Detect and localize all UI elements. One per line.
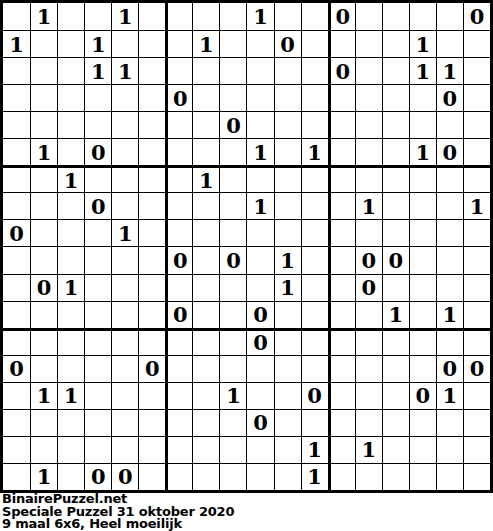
cell-r8c16[interactable] bbox=[436, 219, 463, 246]
cell-r7c0[interactable] bbox=[3, 192, 30, 219]
cell-r11c2[interactable] bbox=[57, 301, 84, 328]
cell-r6c15[interactable] bbox=[409, 165, 436, 192]
cell-r0c15[interactable] bbox=[409, 3, 436, 30]
cell-r0c3[interactable] bbox=[84, 3, 111, 30]
cell-r7c8[interactable] bbox=[219, 192, 246, 219]
cell-r4c9[interactable] bbox=[246, 111, 273, 138]
cell-r17c4: 0 bbox=[111, 463, 138, 490]
cell-r4c14[interactable] bbox=[382, 111, 409, 138]
cell-r14c1: 1 bbox=[30, 382, 57, 409]
cell-r12c0[interactable] bbox=[3, 328, 30, 355]
cell-r1c4[interactable] bbox=[111, 30, 138, 57]
cell-r8c13[interactable] bbox=[355, 219, 382, 246]
cell-r15c0[interactable] bbox=[3, 409, 30, 436]
cell-r0c0[interactable] bbox=[3, 3, 30, 30]
cell-r6c17[interactable] bbox=[463, 165, 490, 192]
cell-r8c6[interactable] bbox=[165, 219, 192, 246]
cell-r16c5[interactable] bbox=[138, 436, 165, 463]
cell-r9c16[interactable] bbox=[436, 246, 463, 273]
cell-r5c7[interactable] bbox=[192, 138, 219, 165]
cell-r13c17: 0 bbox=[463, 355, 490, 382]
cell-r0c6[interactable] bbox=[165, 3, 192, 30]
cell-r8c3[interactable] bbox=[84, 219, 111, 246]
cell-r11c7[interactable] bbox=[192, 301, 219, 328]
cell-r6c13[interactable] bbox=[355, 165, 382, 192]
cell-r14c12[interactable] bbox=[328, 382, 355, 409]
cell-r4c8: 0 bbox=[219, 111, 246, 138]
cell-r5c6[interactable] bbox=[165, 138, 192, 165]
cell-r1c1[interactable] bbox=[30, 30, 57, 57]
cell-r11c13[interactable] bbox=[355, 301, 382, 328]
cell-r10c1: 0 bbox=[30, 274, 57, 301]
cell-r3c5[interactable] bbox=[138, 84, 165, 111]
cell-r5c15: 1 bbox=[409, 138, 436, 165]
cell-r10c3[interactable] bbox=[84, 274, 111, 301]
cell-r12c14[interactable] bbox=[382, 328, 409, 355]
cell-r3c7[interactable] bbox=[192, 84, 219, 111]
cell-r13c1[interactable] bbox=[30, 355, 57, 382]
cell-r16c11: 1 bbox=[301, 436, 328, 463]
cell-r16c0[interactable] bbox=[3, 436, 30, 463]
cell-r9c4[interactable] bbox=[111, 246, 138, 273]
cell-r16c1[interactable] bbox=[30, 436, 57, 463]
cell-r1c16[interactable] bbox=[436, 30, 463, 57]
cell-r10c12[interactable] bbox=[328, 274, 355, 301]
cell-r14c15: 0 bbox=[409, 382, 436, 409]
cell-r0c2[interactable] bbox=[57, 3, 84, 30]
cell-r13c13[interactable] bbox=[355, 355, 382, 382]
cell-r12c7[interactable] bbox=[192, 328, 219, 355]
cell-r15c6[interactable] bbox=[165, 409, 192, 436]
cell-r8c14[interactable] bbox=[382, 219, 409, 246]
cell-r12c10[interactable] bbox=[274, 328, 301, 355]
cell-r10c15[interactable] bbox=[409, 274, 436, 301]
cell-r10c10: 1 bbox=[274, 274, 301, 301]
cell-r16c4[interactable] bbox=[111, 436, 138, 463]
cell-r13c12[interactable] bbox=[328, 355, 355, 382]
cell-r0c17: 0 bbox=[463, 3, 490, 30]
cell-r1c17[interactable] bbox=[463, 30, 490, 57]
cell-r12c4[interactable] bbox=[111, 328, 138, 355]
cell-r2c17[interactable] bbox=[463, 57, 490, 84]
cell-r1c2[interactable] bbox=[57, 30, 84, 57]
cell-r5c1: 1 bbox=[30, 138, 57, 165]
cell-r10c5[interactable] bbox=[138, 274, 165, 301]
cell-r9c0[interactable] bbox=[3, 246, 30, 273]
cell-r10c14[interactable] bbox=[382, 274, 409, 301]
cell-r2c10[interactable] bbox=[274, 57, 301, 84]
cell-r17c14[interactable] bbox=[382, 463, 409, 490]
cell-r10c6[interactable] bbox=[165, 274, 192, 301]
cell-r1c10: 0 bbox=[274, 30, 301, 57]
cell-r12c1[interactable] bbox=[30, 328, 57, 355]
cell-r2c13[interactable] bbox=[355, 57, 382, 84]
cell-r6c4[interactable] bbox=[111, 165, 138, 192]
cell-r13c4[interactable] bbox=[111, 355, 138, 382]
cell-r16c2[interactable] bbox=[57, 436, 84, 463]
cell-r4c13[interactable] bbox=[355, 111, 382, 138]
cell-r8c11[interactable] bbox=[301, 219, 328, 246]
cell-r6c7: 1 bbox=[192, 165, 219, 192]
cell-r7c15[interactable] bbox=[409, 192, 436, 219]
cell-r0c5[interactable] bbox=[138, 3, 165, 30]
cell-r6c2: 1 bbox=[57, 165, 84, 192]
cell-r9c15[interactable] bbox=[409, 246, 436, 273]
cell-r15c8[interactable] bbox=[219, 409, 246, 436]
cell-r2c16: 1 bbox=[436, 57, 463, 84]
cell-r9c10: 1 bbox=[274, 246, 301, 273]
cell-r7c16[interactable] bbox=[436, 192, 463, 219]
cell-r4c6[interactable] bbox=[165, 111, 192, 138]
cell-r3c8[interactable] bbox=[219, 84, 246, 111]
cell-r4c7[interactable] bbox=[192, 111, 219, 138]
cell-r3c11[interactable] bbox=[301, 84, 328, 111]
cell-r13c14[interactable] bbox=[382, 355, 409, 382]
cell-r13c7[interactable] bbox=[192, 355, 219, 382]
cell-r17c9[interactable] bbox=[246, 463, 273, 490]
cell-r1c9[interactable] bbox=[246, 30, 273, 57]
cell-r8c4: 1 bbox=[111, 219, 138, 246]
cell-r3c15[interactable] bbox=[409, 84, 436, 111]
cell-r5c5[interactable] bbox=[138, 138, 165, 165]
cell-r14c13[interactable] bbox=[355, 382, 382, 409]
cell-r2c11[interactable] bbox=[301, 57, 328, 84]
cell-r5c4[interactable] bbox=[111, 138, 138, 165]
cell-r2c6[interactable] bbox=[165, 57, 192, 84]
cell-r6c6[interactable] bbox=[165, 165, 192, 192]
cell-r8c2[interactable] bbox=[57, 219, 84, 246]
cell-r15c7[interactable] bbox=[192, 409, 219, 436]
cell-r12c17[interactable] bbox=[463, 328, 490, 355]
cell-r16c9[interactable] bbox=[246, 436, 273, 463]
cell-r2c9[interactable] bbox=[246, 57, 273, 84]
cell-r0c13[interactable] bbox=[355, 3, 382, 30]
cell-r9c12[interactable] bbox=[328, 246, 355, 273]
cell-r12c5[interactable] bbox=[138, 328, 165, 355]
cell-r15c11[interactable] bbox=[301, 409, 328, 436]
cell-r6c1[interactable] bbox=[30, 165, 57, 192]
cell-r3c10[interactable] bbox=[274, 84, 301, 111]
cell-r11c8[interactable] bbox=[219, 301, 246, 328]
cell-r6c9[interactable] bbox=[246, 165, 273, 192]
cell-r6c14[interactable] bbox=[382, 165, 409, 192]
binary-puzzle-board: 1110011101110110001011101101110100100011… bbox=[0, 0, 493, 493]
cell-r10c7[interactable] bbox=[192, 274, 219, 301]
cell-r10c17[interactable] bbox=[463, 274, 490, 301]
cell-r0c4: 1 bbox=[111, 3, 138, 30]
cell-r2c8[interactable] bbox=[219, 57, 246, 84]
cell-r4c15[interactable] bbox=[409, 111, 436, 138]
cell-r10c8[interactable] bbox=[219, 274, 246, 301]
cell-r12c15[interactable] bbox=[409, 328, 436, 355]
cell-r14c4[interactable] bbox=[111, 382, 138, 409]
cell-r3c9[interactable] bbox=[246, 84, 273, 111]
cell-r16c13: 1 bbox=[355, 436, 382, 463]
cell-r17c17[interactable] bbox=[463, 463, 490, 490]
cell-r10c4[interactable] bbox=[111, 274, 138, 301]
cell-r11c0[interactable] bbox=[3, 301, 30, 328]
cell-r10c11[interactable] bbox=[301, 274, 328, 301]
cell-r8c10[interactable] bbox=[274, 219, 301, 246]
cell-r6c12[interactable] bbox=[328, 165, 355, 192]
cell-r8c8[interactable] bbox=[219, 219, 246, 246]
cell-r15c9: 0 bbox=[246, 409, 273, 436]
cell-r11c17[interactable] bbox=[463, 301, 490, 328]
cell-r17c10[interactable] bbox=[274, 463, 301, 490]
cell-r8c15[interactable] bbox=[409, 219, 436, 246]
cell-r9c17[interactable] bbox=[463, 246, 490, 273]
cell-r1c8[interactable] bbox=[219, 30, 246, 57]
cell-r4c16[interactable] bbox=[436, 111, 463, 138]
caption: BinairePuzzel.net Speciale Puzzel 31 okt… bbox=[2, 493, 491, 531]
cell-r15c15[interactable] bbox=[409, 409, 436, 436]
cell-r4c10[interactable] bbox=[274, 111, 301, 138]
cell-r16c16[interactable] bbox=[436, 436, 463, 463]
cell-r16c17[interactable] bbox=[463, 436, 490, 463]
cell-r17c7[interactable] bbox=[192, 463, 219, 490]
cell-r7c3: 0 bbox=[84, 192, 111, 219]
cell-r5c14[interactable] bbox=[382, 138, 409, 165]
cell-r5c10[interactable] bbox=[274, 138, 301, 165]
cell-r7c2[interactable] bbox=[57, 192, 84, 219]
cell-r9c3[interactable] bbox=[84, 246, 111, 273]
cell-r0c1: 1 bbox=[30, 3, 57, 30]
cell-r14c5[interactable] bbox=[138, 382, 165, 409]
cell-r11c14: 1 bbox=[382, 301, 409, 328]
cell-r2c7[interactable] bbox=[192, 57, 219, 84]
cell-r11c12[interactable] bbox=[328, 301, 355, 328]
cell-r14c0[interactable] bbox=[3, 382, 30, 409]
cell-r9c11[interactable] bbox=[301, 246, 328, 273]
cell-r11c5[interactable] bbox=[138, 301, 165, 328]
cell-r5c9: 1 bbox=[246, 138, 273, 165]
cell-r16c6[interactable] bbox=[165, 436, 192, 463]
cell-r0c11[interactable] bbox=[301, 3, 328, 30]
cell-r3c4[interactable] bbox=[111, 84, 138, 111]
cell-r12c8[interactable] bbox=[219, 328, 246, 355]
cell-r17c5[interactable] bbox=[138, 463, 165, 490]
cell-r12c2[interactable] bbox=[57, 328, 84, 355]
cell-r14c7[interactable] bbox=[192, 382, 219, 409]
cell-r9c5[interactable] bbox=[138, 246, 165, 273]
cell-r14c3[interactable] bbox=[84, 382, 111, 409]
cell-r3c17[interactable] bbox=[463, 84, 490, 111]
cell-r17c3: 0 bbox=[84, 463, 111, 490]
cell-r7c10[interactable] bbox=[274, 192, 301, 219]
cell-r16c8[interactable] bbox=[219, 436, 246, 463]
cell-r6c5[interactable] bbox=[138, 165, 165, 192]
cell-r9c2[interactable] bbox=[57, 246, 84, 273]
cell-r1c5[interactable] bbox=[138, 30, 165, 57]
cell-r13c11[interactable] bbox=[301, 355, 328, 382]
cell-r11c16: 1 bbox=[436, 301, 463, 328]
cell-r9c9[interactable] bbox=[246, 246, 273, 273]
cell-r2c2[interactable] bbox=[57, 57, 84, 84]
cell-r3c12[interactable] bbox=[328, 84, 355, 111]
cell-r16c14[interactable] bbox=[382, 436, 409, 463]
cell-r9c1[interactable] bbox=[30, 246, 57, 273]
cell-r5c8[interactable] bbox=[219, 138, 246, 165]
cell-r17c13[interactable] bbox=[355, 463, 382, 490]
cell-r7c1[interactable] bbox=[30, 192, 57, 219]
cell-r5c2[interactable] bbox=[57, 138, 84, 165]
cell-r10c16[interactable] bbox=[436, 274, 463, 301]
cell-r1c11[interactable] bbox=[301, 30, 328, 57]
cell-r7c12[interactable] bbox=[328, 192, 355, 219]
cell-r12c6[interactable] bbox=[165, 328, 192, 355]
cell-r13c0: 0 bbox=[3, 355, 30, 382]
cell-r17c6[interactable] bbox=[165, 463, 192, 490]
cell-r2c14[interactable] bbox=[382, 57, 409, 84]
cell-r7c6[interactable] bbox=[165, 192, 192, 219]
cell-r15c10[interactable] bbox=[274, 409, 301, 436]
puzzle-size-difficulty: 9 maal 6x6, Heel moeilijk bbox=[2, 518, 491, 531]
cell-r0c16[interactable] bbox=[436, 3, 463, 30]
cell-r6c8[interactable] bbox=[219, 165, 246, 192]
cell-r17c12[interactable] bbox=[328, 463, 355, 490]
cell-r10c0[interactable] bbox=[3, 274, 30, 301]
cell-r2c1[interactable] bbox=[30, 57, 57, 84]
cell-r0c7[interactable] bbox=[192, 3, 219, 30]
cell-r3c1[interactable] bbox=[30, 84, 57, 111]
cell-r5c0[interactable] bbox=[3, 138, 30, 165]
cell-r7c4[interactable] bbox=[111, 192, 138, 219]
cell-r15c12[interactable] bbox=[328, 409, 355, 436]
cell-r3c0[interactable] bbox=[3, 84, 30, 111]
cell-r14c10[interactable] bbox=[274, 382, 301, 409]
cell-r3c13[interactable] bbox=[355, 84, 382, 111]
cell-r3c14[interactable] bbox=[382, 84, 409, 111]
cell-r0c9: 1 bbox=[246, 3, 273, 30]
cell-r14c9[interactable] bbox=[246, 382, 273, 409]
cell-r12c3[interactable] bbox=[84, 328, 111, 355]
cell-r17c0[interactable] bbox=[3, 463, 30, 490]
cell-r13c10[interactable] bbox=[274, 355, 301, 382]
cell-r11c15[interactable] bbox=[409, 301, 436, 328]
cell-r17c15[interactable] bbox=[409, 463, 436, 490]
cell-r12c13[interactable] bbox=[355, 328, 382, 355]
cell-r7c7[interactable] bbox=[192, 192, 219, 219]
cell-r2c5[interactable] bbox=[138, 57, 165, 84]
cell-r14c17[interactable] bbox=[463, 382, 490, 409]
cell-r16c15[interactable] bbox=[409, 436, 436, 463]
cell-r1c13[interactable] bbox=[355, 30, 382, 57]
cell-r14c6[interactable] bbox=[165, 382, 192, 409]
cell-r17c2[interactable] bbox=[57, 463, 84, 490]
cell-r3c3[interactable] bbox=[84, 84, 111, 111]
cell-r13c9[interactable] bbox=[246, 355, 273, 382]
cell-r10c9[interactable] bbox=[246, 274, 273, 301]
cell-r8c7[interactable] bbox=[192, 219, 219, 246]
cell-r4c2[interactable] bbox=[57, 111, 84, 138]
cell-r13c3[interactable] bbox=[84, 355, 111, 382]
cell-r6c11[interactable] bbox=[301, 165, 328, 192]
cell-r4c5[interactable] bbox=[138, 111, 165, 138]
cell-r0c8[interactable] bbox=[219, 3, 246, 30]
cell-r17c16[interactable] bbox=[436, 463, 463, 490]
cell-r8c17[interactable] bbox=[463, 219, 490, 246]
cell-r12c12[interactable] bbox=[328, 328, 355, 355]
cell-r13c2[interactable] bbox=[57, 355, 84, 382]
cell-r0c14[interactable] bbox=[382, 3, 409, 30]
cell-r6c3[interactable] bbox=[84, 165, 111, 192]
cell-r0c10[interactable] bbox=[274, 3, 301, 30]
cell-r15c13[interactable] bbox=[355, 409, 382, 436]
cell-r16c3[interactable] bbox=[84, 436, 111, 463]
cell-r14c2: 1 bbox=[57, 382, 84, 409]
cell-r1c12[interactable] bbox=[328, 30, 355, 57]
cell-r7c13: 1 bbox=[355, 192, 382, 219]
cell-r15c5[interactable] bbox=[138, 409, 165, 436]
cell-r8c1[interactable] bbox=[30, 219, 57, 246]
cell-r5c12[interactable] bbox=[328, 138, 355, 165]
cell-r9c7[interactable] bbox=[192, 246, 219, 273]
cell-r13c8[interactable] bbox=[219, 355, 246, 382]
cell-r14c14[interactable] bbox=[382, 382, 409, 409]
cell-r15c3[interactable] bbox=[84, 409, 111, 436]
cell-r17c8[interactable] bbox=[219, 463, 246, 490]
cell-r2c0[interactable] bbox=[3, 57, 30, 84]
cell-r1c6[interactable] bbox=[165, 30, 192, 57]
cell-r15c1[interactable] bbox=[30, 409, 57, 436]
cell-r7c11[interactable] bbox=[301, 192, 328, 219]
cell-r6c10[interactable] bbox=[274, 165, 301, 192]
cell-r15c17[interactable] bbox=[463, 409, 490, 436]
cell-r4c0[interactable] bbox=[3, 111, 30, 138]
cell-r15c2[interactable] bbox=[57, 409, 84, 436]
cell-r4c4[interactable] bbox=[111, 111, 138, 138]
cell-r4c11[interactable] bbox=[301, 111, 328, 138]
cell-r15c4[interactable] bbox=[111, 409, 138, 436]
cell-r2c3: 1 bbox=[84, 57, 111, 84]
cell-r11c1[interactable] bbox=[30, 301, 57, 328]
cell-r17c1: 1 bbox=[30, 463, 57, 490]
cell-r16c12[interactable] bbox=[328, 436, 355, 463]
cell-r11c4[interactable] bbox=[111, 301, 138, 328]
cell-r1c14[interactable] bbox=[382, 30, 409, 57]
cell-r15c14[interactable] bbox=[382, 409, 409, 436]
cell-r4c12[interactable] bbox=[328, 111, 355, 138]
cell-r13c5: 0 bbox=[138, 355, 165, 382]
cell-r12c11[interactable] bbox=[301, 328, 328, 355]
cell-r16c7[interactable] bbox=[192, 436, 219, 463]
cell-r15c16[interactable] bbox=[436, 409, 463, 436]
cell-r11c11[interactable] bbox=[301, 301, 328, 328]
cell-r11c3[interactable] bbox=[84, 301, 111, 328]
cell-r7c5[interactable] bbox=[138, 192, 165, 219]
cell-r8c5[interactable] bbox=[138, 219, 165, 246]
cell-r12c16[interactable] bbox=[436, 328, 463, 355]
cell-r13c6[interactable] bbox=[165, 355, 192, 382]
cell-r6c16[interactable] bbox=[436, 165, 463, 192]
cell-r4c1[interactable] bbox=[30, 111, 57, 138]
cell-r9c13: 0 bbox=[355, 246, 382, 273]
cell-r13c15[interactable] bbox=[409, 355, 436, 382]
cell-r4c17[interactable] bbox=[463, 111, 490, 138]
cell-r8c12[interactable] bbox=[328, 219, 355, 246]
cell-r4c3[interactable] bbox=[84, 111, 111, 138]
cell-r7c14[interactable] bbox=[382, 192, 409, 219]
cell-r5c11: 1 bbox=[301, 138, 328, 165]
cell-r6c0[interactable] bbox=[3, 165, 30, 192]
cell-r16c10[interactable] bbox=[274, 436, 301, 463]
cell-r8c9[interactable] bbox=[246, 219, 273, 246]
cell-r11c9: 0 bbox=[246, 301, 273, 328]
cell-r11c10[interactable] bbox=[274, 301, 301, 328]
cell-r5c17[interactable] bbox=[463, 138, 490, 165]
cell-r3c2[interactable] bbox=[57, 84, 84, 111]
cell-r5c13[interactable] bbox=[355, 138, 382, 165]
